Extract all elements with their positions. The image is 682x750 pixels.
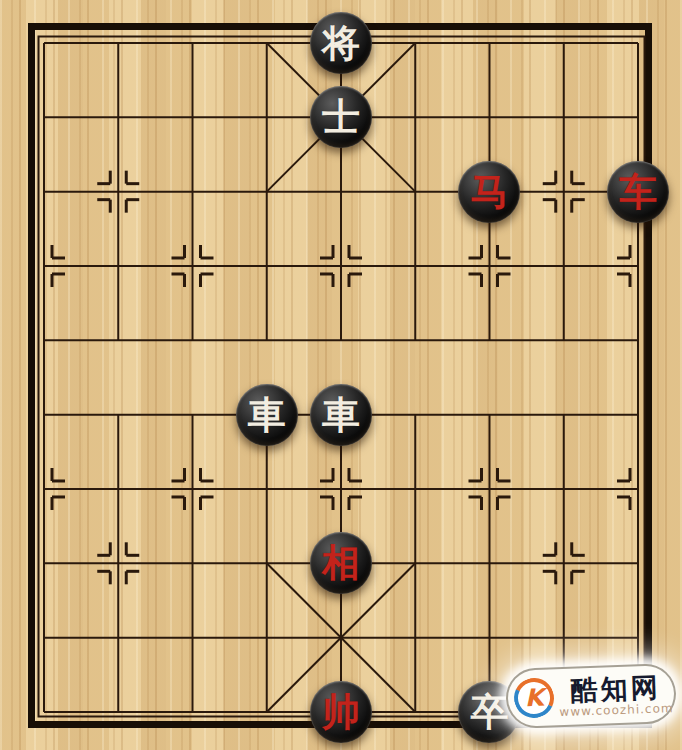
intersection-c4-r9[interactable]: 帅	[304, 675, 378, 749]
intersection-c8-r4[interactable]	[601, 303, 675, 377]
intersection-c0-r2[interactable]	[7, 155, 81, 229]
intersection-c0-r5[interactable]	[7, 378, 81, 452]
intersection-c2-r6[interactable]	[155, 452, 229, 526]
intersection-c7-r1[interactable]	[527, 80, 601, 154]
intersection-c5-r3[interactable]	[378, 229, 452, 303]
intersection-c7-r5[interactable]	[527, 378, 601, 452]
intersection-c5-r1[interactable]	[378, 80, 452, 154]
intersection-c8-r5[interactable]	[601, 378, 675, 452]
intersection-c1-r4[interactable]	[81, 303, 155, 377]
intersection-c1-r0[interactable]	[81, 6, 155, 80]
intersection-c0-r7[interactable]	[7, 526, 81, 600]
intersection-c4-r5[interactable]: 車	[304, 378, 378, 452]
intersection-c3-r5[interactable]: 車	[230, 378, 304, 452]
intersection-c8-r7[interactable]	[601, 526, 675, 600]
intersection-c5-r8[interactable]	[378, 600, 452, 674]
intersection-c5-r4[interactable]	[378, 303, 452, 377]
intersection-c1-r2[interactable]	[81, 155, 155, 229]
intersection-c4-r8[interactable]	[304, 600, 378, 674]
piece-black-chariot-2[interactable]: 車	[310, 384, 372, 446]
intersection-c6-r8[interactable]	[452, 600, 526, 674]
intersection-c6-r3[interactable]	[452, 229, 526, 303]
intersection-c8-r3[interactable]	[601, 229, 675, 303]
intersection-c7-r8[interactable]	[527, 600, 601, 674]
watermark-site-name: 酷知网	[570, 673, 661, 703]
piece-red-chariot[interactable]: 车	[607, 161, 669, 223]
intersection-c1-r8[interactable]	[81, 600, 155, 674]
intersection-c8-r2[interactable]: 车	[601, 155, 675, 229]
intersection-c2-r2[interactable]	[155, 155, 229, 229]
intersection-c2-r8[interactable]	[155, 600, 229, 674]
intersection-c1-r9[interactable]	[81, 675, 155, 749]
intersection-c5-r7[interactable]	[378, 526, 452, 600]
intersection-c0-r4[interactable]	[7, 303, 81, 377]
intersection-c4-r3[interactable]	[304, 229, 378, 303]
intersection-c5-r5[interactable]	[378, 378, 452, 452]
piece-red-general[interactable]: 帅	[310, 681, 372, 743]
intersection-c6-r7[interactable]	[452, 526, 526, 600]
intersection-c5-r9[interactable]	[378, 675, 452, 749]
intersection-c4-r7[interactable]: 相	[304, 526, 378, 600]
watermark: K 酷知网 www.coozhi.com	[505, 663, 677, 729]
intersection-c3-r0[interactable]	[230, 6, 304, 80]
intersection-c0-r9[interactable]	[7, 675, 81, 749]
intersection-c1-r1[interactable]	[81, 80, 155, 154]
intersection-c7-r4[interactable]	[527, 303, 601, 377]
intersection-c7-r6[interactable]	[527, 452, 601, 526]
intersection-c6-r1[interactable]	[452, 80, 526, 154]
intersection-c6-r4[interactable]	[452, 303, 526, 377]
intersection-c3-r9[interactable]	[230, 675, 304, 749]
xiangqi-board-grid[interactable]: 将士马车車車相帅卒	[7, 6, 675, 749]
intersection-c8-r0[interactable]	[601, 6, 675, 80]
intersection-c0-r1[interactable]	[7, 80, 81, 154]
piece-red-elephant[interactable]: 相	[310, 532, 372, 594]
intersection-c8-r6[interactable]	[601, 452, 675, 526]
intersection-c2-r4[interactable]	[155, 303, 229, 377]
intersection-c7-r2[interactable]	[527, 155, 601, 229]
intersection-c6-r2[interactable]: 马	[452, 155, 526, 229]
intersection-c2-r0[interactable]	[155, 6, 229, 80]
intersection-c3-r8[interactable]	[230, 600, 304, 674]
intersection-c6-r5[interactable]	[452, 378, 526, 452]
intersection-c8-r1[interactable]	[601, 80, 675, 154]
intersection-c3-r2[interactable]	[230, 155, 304, 229]
intersection-c1-r5[interactable]	[81, 378, 155, 452]
intersection-c4-r2[interactable]	[304, 155, 378, 229]
watermark-site-url: www.coozhi.com	[559, 702, 673, 718]
watermark-text: 酷知网 www.coozhi.com	[557, 673, 674, 718]
intersection-c0-r6[interactable]	[7, 452, 81, 526]
piece-black-chariot-1[interactable]: 車	[236, 384, 298, 446]
intersection-c7-r0[interactable]	[527, 6, 601, 80]
piece-red-horse[interactable]: 马	[458, 161, 520, 223]
intersection-c5-r0[interactable]	[378, 6, 452, 80]
intersection-c2-r5[interactable]	[155, 378, 229, 452]
piece-black-advisor[interactable]: 士	[310, 86, 372, 148]
piece-black-general[interactable]: 将	[310, 12, 372, 74]
intersection-c5-r6[interactable]	[378, 452, 452, 526]
intersection-c7-r7[interactable]	[527, 526, 601, 600]
intersection-c6-r6[interactable]	[452, 452, 526, 526]
intersection-c4-r0[interactable]: 将	[304, 6, 378, 80]
intersection-c5-r2[interactable]	[378, 155, 452, 229]
intersection-c6-r0[interactable]	[452, 6, 526, 80]
intersection-c2-r3[interactable]	[155, 229, 229, 303]
intersection-c0-r0[interactable]	[7, 6, 81, 80]
intersection-c7-r3[interactable]	[527, 229, 601, 303]
intersection-c3-r4[interactable]	[230, 303, 304, 377]
intersection-c4-r1[interactable]: 士	[304, 80, 378, 154]
intersection-c1-r7[interactable]	[81, 526, 155, 600]
intersection-c2-r7[interactable]	[155, 526, 229, 600]
coozhi-logo-letter: K	[524, 686, 543, 711]
coozhi-logo-icon: K	[508, 672, 559, 723]
intersection-c1-r6[interactable]	[81, 452, 155, 526]
intersection-c2-r9[interactable]	[155, 675, 229, 749]
intersection-c3-r3[interactable]	[230, 229, 304, 303]
intersection-c1-r3[interactable]	[81, 229, 155, 303]
intersection-c0-r8[interactable]	[7, 600, 81, 674]
intersection-c3-r7[interactable]	[230, 526, 304, 600]
xiangqi-board-screenshot: 将士马车車車相帅卒 K 酷知网 www.coozhi.com	[0, 0, 682, 750]
intersection-c4-r4[interactable]	[304, 303, 378, 377]
intersection-c0-r3[interactable]	[7, 229, 81, 303]
intersection-c3-r1[interactable]	[230, 80, 304, 154]
intersection-c3-r6[interactable]	[230, 452, 304, 526]
intersection-c2-r1[interactable]	[155, 80, 229, 154]
intersection-c4-r6[interactable]	[304, 452, 378, 526]
